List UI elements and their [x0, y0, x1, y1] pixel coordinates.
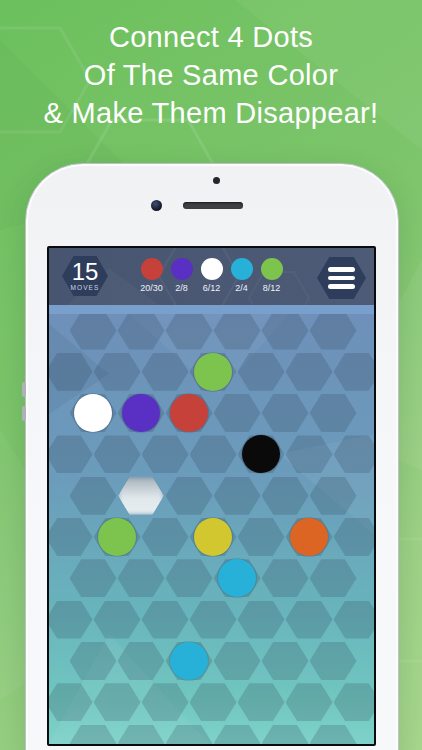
hex-cell[interactable] — [310, 559, 357, 597]
hex-cell[interactable] — [94, 601, 141, 639]
game-hud: 15 MOVES 20/302/86/122/48/12 — [49, 248, 374, 305]
counter-green: 8/12 — [261, 258, 283, 293]
purple-dot-icon — [171, 258, 193, 280]
dot-orange[interactable] — [290, 518, 328, 556]
hex-cell[interactable] — [94, 683, 141, 721]
counter-label: 20/30 — [140, 283, 163, 293]
hex-cell[interactable] — [49, 683, 93, 721]
headline-line-1: Connect 4 Dots — [0, 18, 422, 56]
hex-cell[interactable] — [70, 477, 117, 515]
hex-cell[interactable] — [262, 642, 309, 680]
volume-up-button — [22, 382, 26, 397]
hud-divider-strip — [49, 305, 374, 314]
counter-label: 2/8 — [175, 283, 188, 293]
screenshot-root: Connect 4 Dots Of The Same Color & Make … — [0, 0, 422, 750]
hex-cell[interactable] — [238, 601, 285, 639]
hex-cell[interactable] — [94, 353, 141, 391]
hex-cell[interactable] — [118, 725, 165, 745]
hex-cell[interactable] — [310, 642, 357, 680]
hex-cell[interactable] — [334, 353, 375, 391]
hex-cell[interactable] — [262, 725, 309, 745]
hex-cell[interactable] — [70, 725, 117, 745]
hex-cell[interactable] — [214, 725, 261, 745]
phone-mockup: 15 MOVES 20/302/86/122/48/12 — [25, 163, 399, 750]
counter-cyan: 2/4 — [231, 258, 253, 293]
hex-cell[interactable] — [214, 477, 261, 515]
front-camera-icon — [151, 200, 162, 211]
red-dot-icon — [141, 258, 163, 280]
hex-cell[interactable] — [286, 353, 333, 391]
hex-cell[interactable] — [142, 435, 189, 473]
hex-cell[interactable] — [238, 518, 285, 556]
hex-cell[interactable] — [214, 314, 261, 350]
hex-cell[interactable] — [166, 314, 213, 350]
hex-cell[interactable] — [118, 642, 165, 680]
hex-cell[interactable] — [142, 518, 189, 556]
counter-label: 8/12 — [263, 283, 281, 293]
hex-cell[interactable] — [70, 314, 117, 350]
earpiece-speaker — [183, 202, 243, 209]
headline: Connect 4 Dots Of The Same Color & Make … — [0, 18, 422, 132]
hex-cell[interactable] — [310, 314, 357, 350]
hex-cell[interactable] — [310, 394, 357, 432]
white-dot-icon — [201, 258, 223, 280]
green-dot-icon — [261, 258, 283, 280]
headline-line-3: & Make Them Disappear! — [0, 94, 422, 132]
hex-cell[interactable] — [166, 559, 213, 597]
hex-cell[interactable] — [190, 601, 237, 639]
hex-cell[interactable] — [49, 435, 93, 473]
hex-cell[interactable] — [166, 477, 213, 515]
hex-cell[interactable] — [118, 314, 165, 350]
hex-cell[interactable] — [70, 642, 117, 680]
hex-cell[interactable] — [238, 353, 285, 391]
hex-cell[interactable] — [262, 394, 309, 432]
hex-cell[interactable] — [286, 683, 333, 721]
dot-green[interactable] — [194, 353, 232, 391]
hex-cell[interactable] — [310, 725, 357, 745]
hex-cell[interactable] — [118, 559, 165, 597]
hex-cell[interactable] — [190, 683, 237, 721]
hex-cell[interactable] — [49, 601, 93, 639]
hex-cell[interactable] — [142, 683, 189, 721]
dot-cyan[interactable] — [170, 642, 208, 680]
game-app: 15 MOVES 20/302/86/122/48/12 — [49, 248, 374, 744]
counter-white: 6/12 — [201, 258, 223, 293]
hex-cell[interactable] — [286, 435, 333, 473]
cyan-dot-icon — [231, 258, 253, 280]
hex-cell[interactable] — [286, 601, 333, 639]
phone-screen: 15 MOVES 20/302/86/122/48/12 — [47, 246, 376, 746]
hex-cell[interactable] — [70, 559, 117, 597]
hex-cell[interactable] — [238, 683, 285, 721]
counter-purple: 2/8 — [171, 258, 193, 293]
hex-cell[interactable] — [334, 601, 375, 639]
hex-cell[interactable] — [142, 601, 189, 639]
volume-down-button — [22, 406, 26, 421]
hex-cell[interactable] — [214, 394, 261, 432]
hex-cell[interactable] — [49, 518, 93, 556]
headline-line-2: Of The Same Color — [0, 56, 422, 94]
hamburger-icon — [328, 267, 355, 289]
hex-cell[interactable] — [94, 435, 141, 473]
dot-purple[interactable] — [122, 394, 160, 432]
hex-cell[interactable] — [49, 353, 93, 391]
hex-cell[interactable] — [142, 353, 189, 391]
clearing-cell — [118, 477, 164, 515]
hex-cell[interactable] — [262, 314, 309, 350]
dot-white[interactable] — [74, 394, 112, 432]
hex-cell[interactable] — [214, 642, 261, 680]
counter-label: 2/4 — [235, 283, 248, 293]
hex-cell[interactable] — [190, 435, 237, 473]
proximity-sensor-dot — [213, 177, 220, 184]
counter-label: 6/12 — [203, 283, 221, 293]
hex-cell[interactable] — [334, 518, 375, 556]
hex-cell[interactable] — [262, 559, 309, 597]
hex-cell[interactable] — [262, 477, 309, 515]
dot-green[interactable] — [98, 518, 136, 556]
hex-cell[interactable] — [310, 477, 357, 515]
hex-cell[interactable] — [334, 683, 375, 721]
dot-yellow[interactable] — [194, 518, 232, 556]
counter-red: 20/30 — [141, 258, 163, 293]
hex-cell[interactable] — [166, 725, 213, 745]
hex-cell[interactable] — [334, 435, 375, 473]
game-board — [49, 314, 374, 744]
dot-red[interactable] — [170, 394, 208, 432]
